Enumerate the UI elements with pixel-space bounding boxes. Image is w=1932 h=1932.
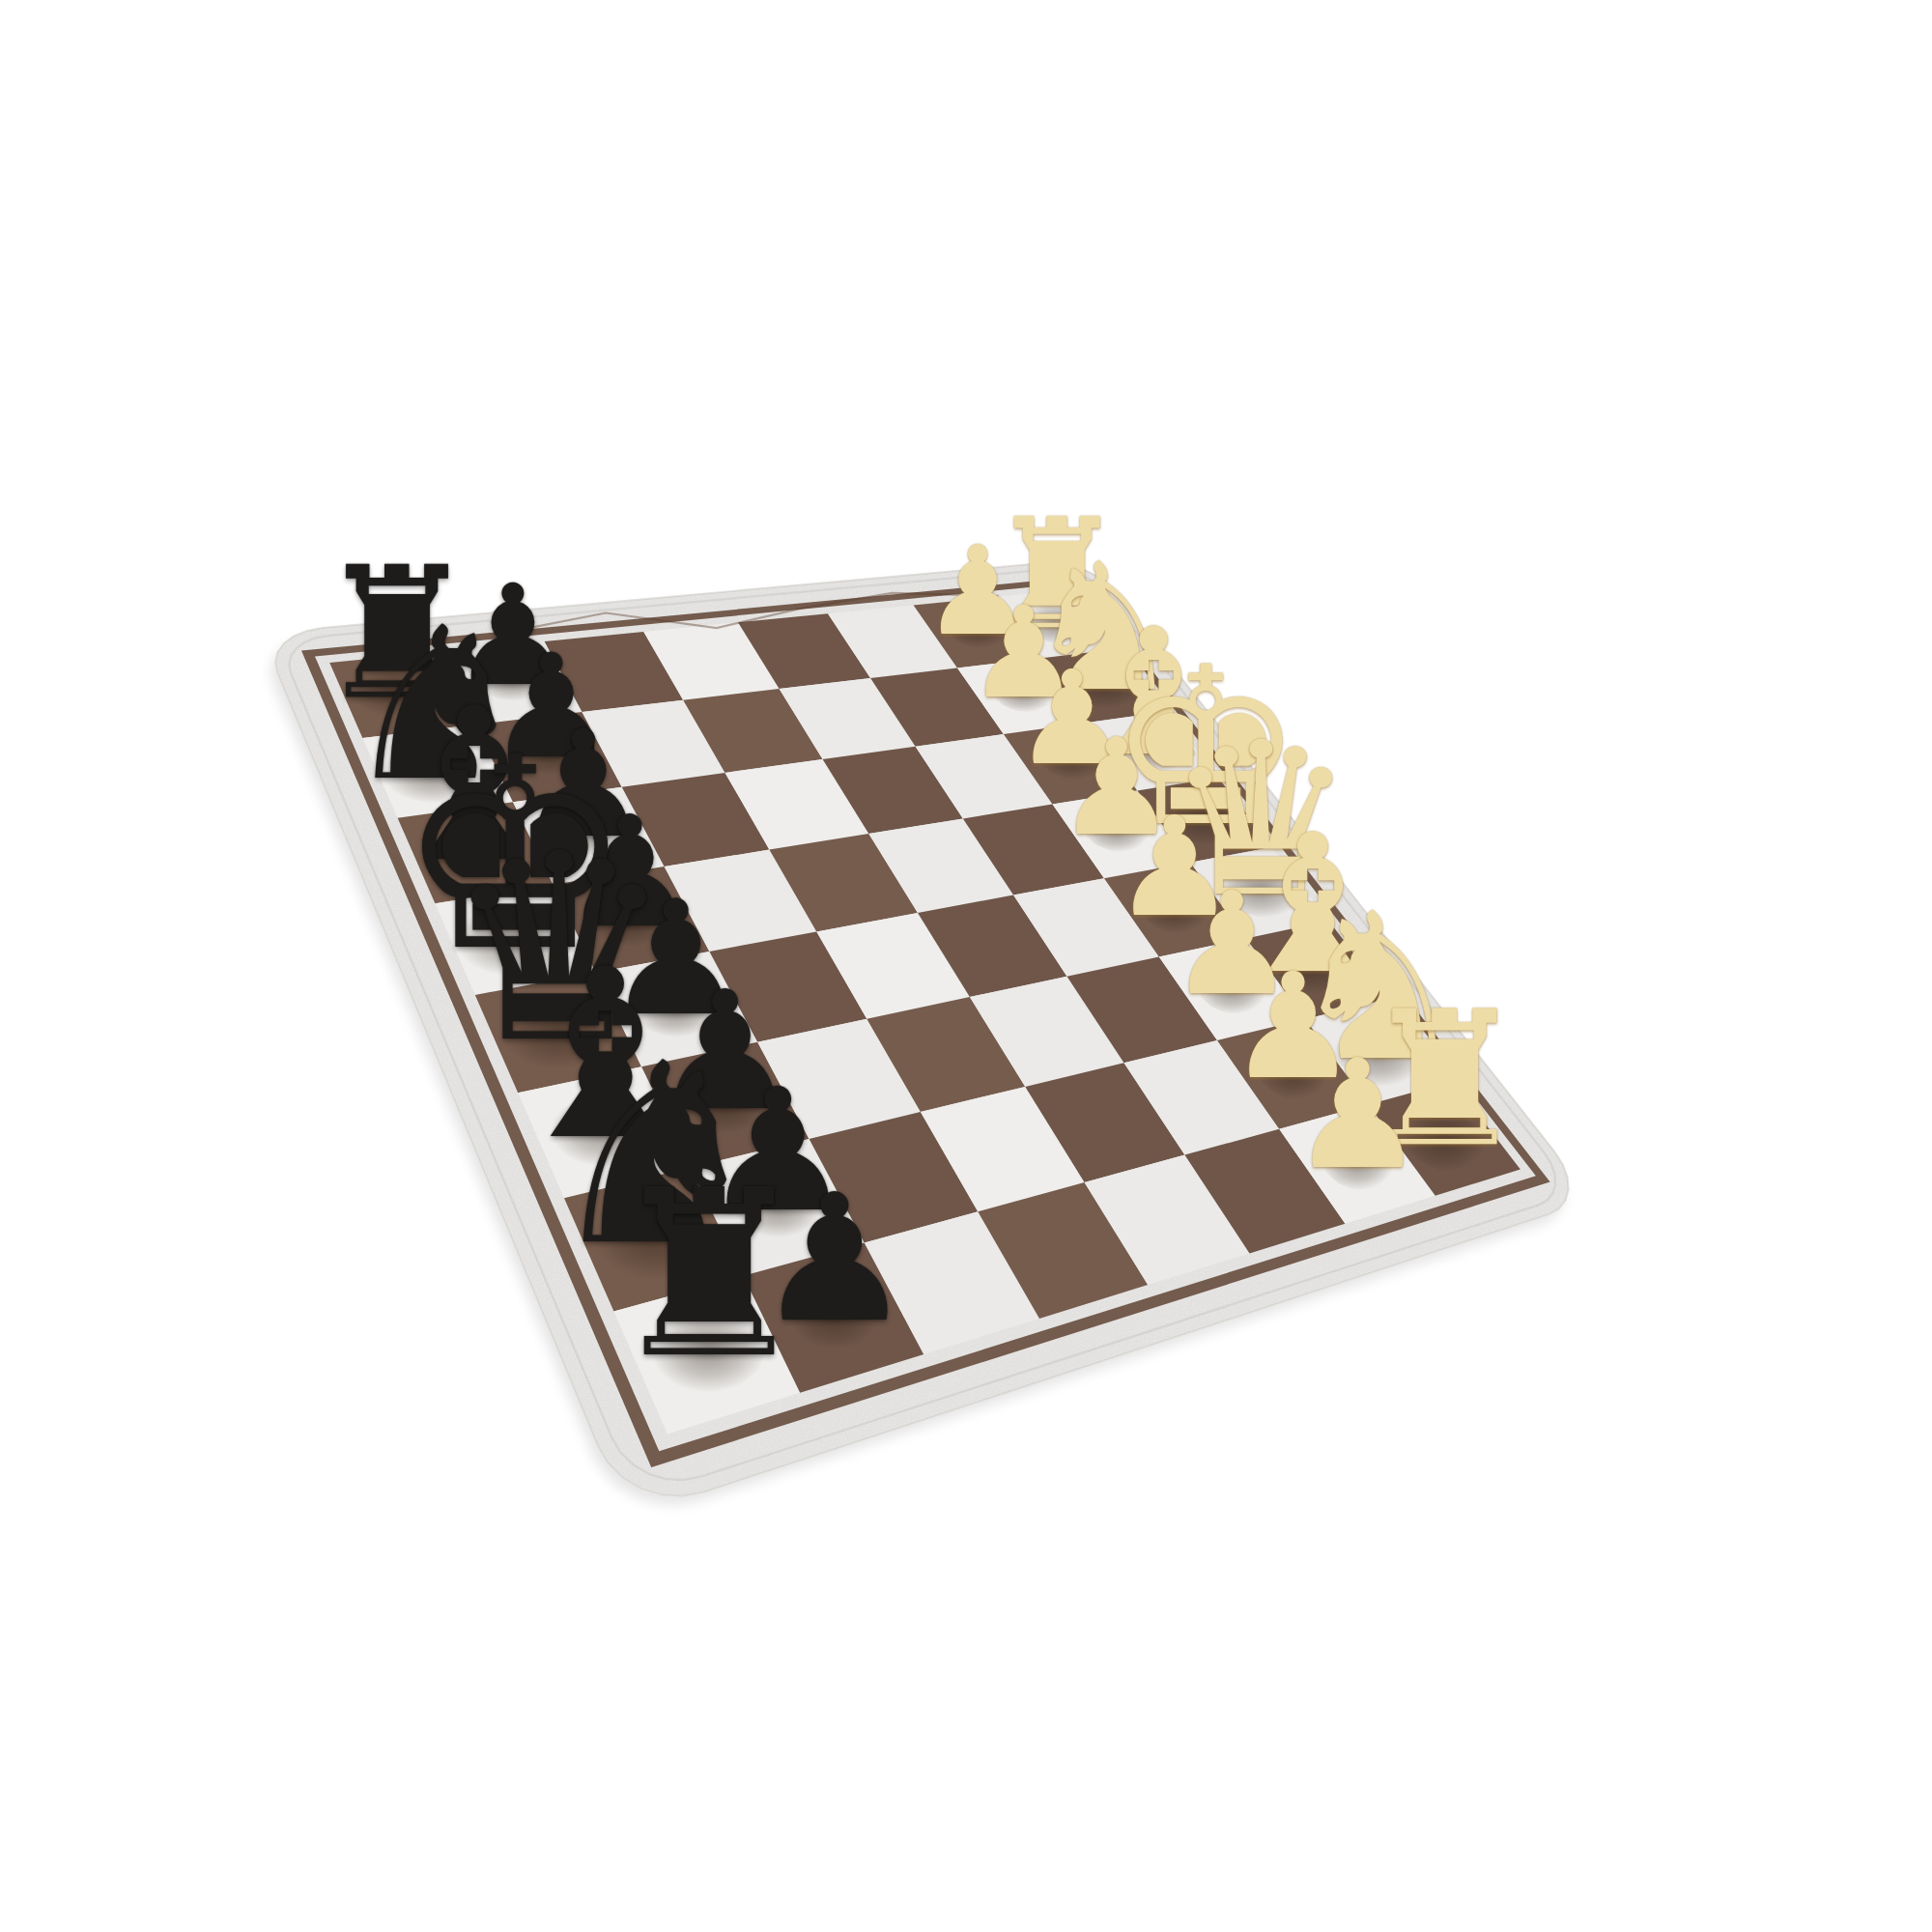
piece-white-pawn-a2[interactable]: ♟	[1291, 1039, 1426, 1190]
chessboard-scene: ♜♟♞♟♝♟♚♟♛♟♝♟♟♞♜♟♟♜♞♟♟♝♟♚♟♛♟♝♟♞♟♜	[0, 0, 1932, 1932]
piece-black-rook-a8[interactable]: ♜	[606, 1160, 812, 1391]
chess-mat	[0, 0, 1932, 1932]
chess-piece-glyph: ♜	[606, 1160, 812, 1391]
chess-piece-glyph: ♟	[1291, 1039, 1426, 1190]
product-photo-page: { "game": "chess", "scene": { "backgroun…	[0, 0, 1932, 1932]
